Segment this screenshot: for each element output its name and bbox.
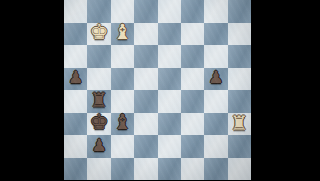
square-c6[interactable]: [111, 45, 134, 68]
chess-board[interactable]: ♚♝♟♟♜♚♝♜♟: [64, 0, 251, 180]
square-h8[interactable]: [228, 0, 251, 23]
square-g5[interactable]: ♟: [204, 68, 227, 91]
square-e5[interactable]: [158, 68, 181, 91]
square-f3[interactable]: [181, 113, 204, 136]
square-d5[interactable]: [134, 68, 157, 91]
square-e1[interactable]: [158, 158, 181, 181]
square-e4[interactable]: [158, 90, 181, 113]
square-a7[interactable]: [64, 23, 87, 46]
square-h3[interactable]: ♜: [228, 113, 251, 136]
piece-black-rook-b4[interactable]: ♜: [90, 90, 108, 110]
letterbox-left: [0, 0, 64, 180]
square-h5[interactable]: [228, 68, 251, 91]
piece-black-pawn-a5[interactable]: ♟: [68, 69, 83, 86]
square-g1[interactable]: [204, 158, 227, 181]
square-c7[interactable]: ♝: [111, 23, 134, 46]
square-g3[interactable]: [204, 113, 227, 136]
square-a3[interactable]: [64, 113, 87, 136]
square-d6[interactable]: [134, 45, 157, 68]
square-f4[interactable]: [181, 90, 204, 113]
square-d1[interactable]: [134, 158, 157, 181]
piece-black-pawn-g5[interactable]: ♟: [208, 69, 223, 86]
square-f7[interactable]: [181, 23, 204, 46]
square-c8[interactable]: [111, 0, 134, 23]
square-d4[interactable]: [134, 90, 157, 113]
piece-black-bishop-c3[interactable]: ♝: [113, 112, 132, 133]
square-g8[interactable]: [204, 0, 227, 23]
square-b8[interactable]: [87, 0, 110, 23]
letterbox-right: [251, 0, 320, 180]
square-a1[interactable]: [64, 158, 87, 181]
square-g4[interactable]: [204, 90, 227, 113]
square-e2[interactable]: [158, 135, 181, 158]
square-h2[interactable]: [228, 135, 251, 158]
square-f6[interactable]: [181, 45, 204, 68]
square-c1[interactable]: [111, 158, 134, 181]
square-d2[interactable]: [134, 135, 157, 158]
video-frame: ♚♝♟♟♜♚♝♜♟: [0, 0, 320, 180]
piece-white-rook-h3[interactable]: ♜: [230, 113, 248, 133]
square-d7[interactable]: [134, 23, 157, 46]
square-a6[interactable]: [64, 45, 87, 68]
square-c4[interactable]: [111, 90, 134, 113]
square-c5[interactable]: [111, 68, 134, 91]
square-b7[interactable]: ♚: [87, 23, 110, 46]
square-a2[interactable]: [64, 135, 87, 158]
square-b4[interactable]: ♜: [87, 90, 110, 113]
square-h4[interactable]: [228, 90, 251, 113]
square-b1[interactable]: [87, 158, 110, 181]
square-e3[interactable]: [158, 113, 181, 136]
square-h7[interactable]: [228, 23, 251, 46]
piece-black-king-b3[interactable]: ♚: [90, 112, 109, 133]
square-c2[interactable]: [111, 135, 134, 158]
square-b5[interactable]: [87, 68, 110, 91]
square-d8[interactable]: [134, 0, 157, 23]
square-c3[interactable]: ♝: [111, 113, 134, 136]
piece-black-pawn-b2[interactable]: ♟: [91, 137, 106, 154]
piece-white-king-b7[interactable]: ♚: [90, 22, 109, 43]
square-b3[interactable]: ♚: [87, 113, 110, 136]
square-b6[interactable]: [87, 45, 110, 68]
square-g2[interactable]: [204, 135, 227, 158]
square-a5[interactable]: ♟: [64, 68, 87, 91]
square-g6[interactable]: [204, 45, 227, 68]
square-h1[interactable]: [228, 158, 251, 181]
square-e7[interactable]: [158, 23, 181, 46]
square-f1[interactable]: [181, 158, 204, 181]
square-d3[interactable]: [134, 113, 157, 136]
square-f8[interactable]: [181, 0, 204, 23]
piece-white-bishop-c7[interactable]: ♝: [113, 22, 132, 43]
square-a4[interactable]: [64, 90, 87, 113]
square-f2[interactable]: [181, 135, 204, 158]
square-h6[interactable]: [228, 45, 251, 68]
square-f5[interactable]: [181, 68, 204, 91]
square-b2[interactable]: ♟: [87, 135, 110, 158]
square-g7[interactable]: [204, 23, 227, 46]
square-e8[interactable]: [158, 0, 181, 23]
square-e6[interactable]: [158, 45, 181, 68]
square-a8[interactable]: [64, 0, 87, 23]
